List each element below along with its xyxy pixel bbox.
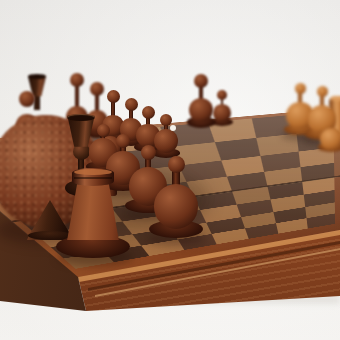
dust-speck: [170, 125, 176, 131]
piece-part-ball: [160, 114, 172, 126]
piece-part-ball: [317, 86, 328, 97]
piece-part-ball: [154, 184, 199, 229]
piece-part-ball: [19, 91, 35, 107]
piece-dark-ballpawn: [148, 156, 204, 238]
piece-light-ball: [318, 128, 340, 152]
piece-part-ball: [168, 156, 185, 173]
piece-part-ball: [70, 73, 84, 87]
piece-part-ball: [217, 90, 227, 100]
piece-part-ball: [189, 98, 213, 122]
piece-part-ball: [320, 128, 340, 150]
piece-part-tulip-rim: [28, 74, 46, 78]
piece-dark-rook: [55, 168, 131, 258]
photo-stage: [0, 0, 340, 340]
piece-part-ball: [194, 74, 208, 88]
piece-dark-ballpawn: [186, 74, 216, 128]
piece-part-cap-groove: [74, 177, 112, 179]
